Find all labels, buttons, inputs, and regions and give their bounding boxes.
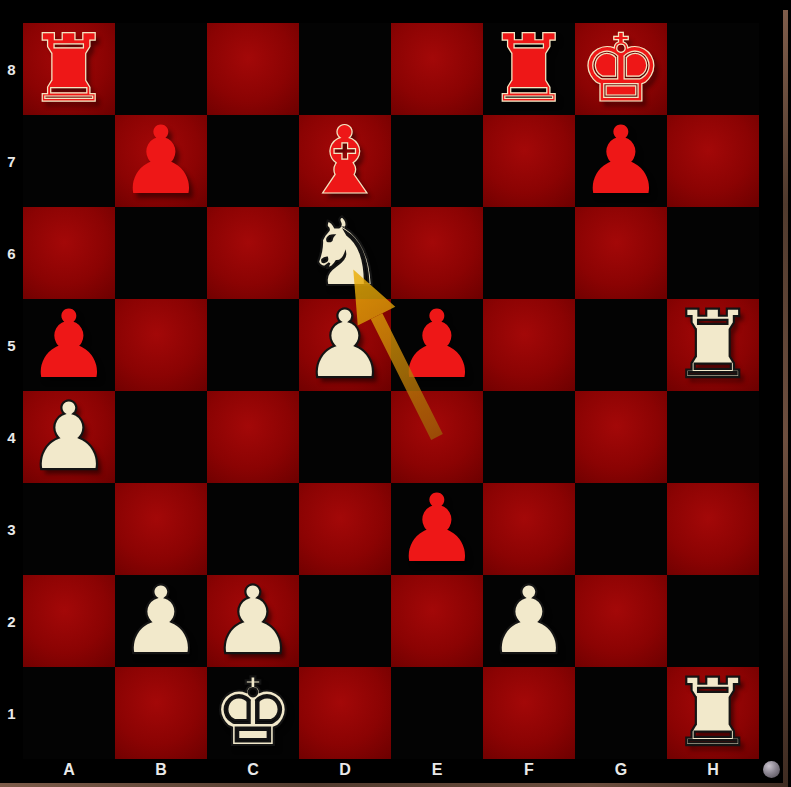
file-label-c: C (207, 757, 299, 783)
square-d7[interactable]: ♝ (299, 115, 391, 207)
piece-red-pawn-e3[interactable]: ♟ (391, 483, 483, 575)
square-b1[interactable] (115, 667, 207, 759)
square-c8[interactable] (207, 23, 299, 115)
square-e8[interactable] (391, 23, 483, 115)
file-label-g: G (575, 757, 667, 783)
square-f3[interactable] (483, 483, 575, 575)
square-b4[interactable] (115, 391, 207, 483)
piece-white-pawn-a4[interactable]: ♟ (23, 391, 115, 483)
square-g3[interactable] (575, 483, 667, 575)
rank-label-1: 1 (0, 667, 23, 759)
square-d3[interactable] (299, 483, 391, 575)
rank-labels: 87654321 (0, 23, 23, 759)
piece-white-king-c1[interactable]: ♚ (207, 667, 299, 759)
square-c4[interactable] (207, 391, 299, 483)
piece-red-rook-a8[interactable]: ♜ (23, 23, 115, 115)
square-a6[interactable] (23, 207, 115, 299)
square-a4[interactable]: ♟ (23, 391, 115, 483)
square-e6[interactable] (391, 207, 483, 299)
square-g2[interactable] (575, 575, 667, 667)
square-e7[interactable] (391, 115, 483, 207)
square-b2[interactable]: ♟ (115, 575, 207, 667)
square-b5[interactable] (115, 299, 207, 391)
rank-label-8: 8 (0, 23, 23, 115)
file-label-a: A (23, 757, 115, 783)
square-a3[interactable] (23, 483, 115, 575)
square-b3[interactable] (115, 483, 207, 575)
square-f6[interactable] (483, 207, 575, 299)
square-h5[interactable]: ♜ (667, 299, 759, 391)
square-d1[interactable] (299, 667, 391, 759)
square-f1[interactable] (483, 667, 575, 759)
piece-red-rook-f8[interactable]: ♜ (483, 23, 575, 115)
square-g5[interactable] (575, 299, 667, 391)
square-e3[interactable]: ♟ (391, 483, 483, 575)
board-frame-bottom (0, 783, 788, 787)
square-a8[interactable]: ♜ (23, 23, 115, 115)
rank-label-4: 4 (0, 391, 23, 483)
square-c7[interactable] (207, 115, 299, 207)
square-h8[interactable] (667, 23, 759, 115)
square-f2[interactable]: ♟ (483, 575, 575, 667)
square-f5[interactable] (483, 299, 575, 391)
rank-label-5: 5 (0, 299, 23, 391)
piece-white-pawn-b2[interactable]: ♟ (115, 575, 207, 667)
square-a2[interactable] (23, 575, 115, 667)
square-c1[interactable]: ♚ (207, 667, 299, 759)
square-d2[interactable] (299, 575, 391, 667)
square-e1[interactable] (391, 667, 483, 759)
rank-label-3: 3 (0, 483, 23, 575)
square-e4[interactable] (391, 391, 483, 483)
square-d5[interactable]: ♟ (299, 299, 391, 391)
piece-white-pawn-c2[interactable]: ♟ (207, 575, 299, 667)
file-label-h: H (667, 757, 759, 783)
piece-white-knight-d6[interactable]: ♞ (299, 207, 391, 299)
square-d8[interactable] (299, 23, 391, 115)
rank-label-6: 6 (0, 207, 23, 299)
square-e5[interactable]: ♟ (391, 299, 483, 391)
piece-red-pawn-b7[interactable]: ♟ (115, 115, 207, 207)
square-g7[interactable]: ♟ (575, 115, 667, 207)
square-f4[interactable] (483, 391, 575, 483)
square-g4[interactable] (575, 391, 667, 483)
square-h2[interactable] (667, 575, 759, 667)
piece-white-rook-h5[interactable]: ♜ (667, 299, 759, 391)
square-f7[interactable] (483, 115, 575, 207)
square-h4[interactable] (667, 391, 759, 483)
square-a5[interactable]: ♟ (23, 299, 115, 391)
corner-ball-icon (763, 761, 780, 778)
square-e2[interactable] (391, 575, 483, 667)
square-b7[interactable]: ♟ (115, 115, 207, 207)
square-b6[interactable] (115, 207, 207, 299)
square-c5[interactable] (207, 299, 299, 391)
piece-white-rook-h1[interactable]: ♜ (667, 667, 759, 759)
board-frame-right (783, 10, 788, 787)
square-a1[interactable] (23, 667, 115, 759)
square-h7[interactable] (667, 115, 759, 207)
file-label-b: B (115, 757, 207, 783)
rank-label-7: 7 (0, 115, 23, 207)
piece-red-pawn-e5[interactable]: ♟ (391, 299, 483, 391)
square-g6[interactable] (575, 207, 667, 299)
piece-red-king-g8[interactable]: ♚ (575, 23, 667, 115)
piece-red-pawn-g7[interactable]: ♟ (575, 115, 667, 207)
square-d6[interactable]: ♞ (299, 207, 391, 299)
piece-red-pawn-a5[interactable]: ♟ (23, 299, 115, 391)
chess-board: ♜♜♚♟♝♟♞♟♟♟♜♟♟♟♟♟♚♜ (23, 23, 759, 759)
piece-red-bishop-d7[interactable]: ♝ (299, 115, 391, 207)
square-h3[interactable] (667, 483, 759, 575)
file-label-f: F (483, 757, 575, 783)
square-h1[interactable]: ♜ (667, 667, 759, 759)
file-labels: ABCDEFGH (23, 757, 759, 783)
square-g8[interactable]: ♚ (575, 23, 667, 115)
file-label-d: D (299, 757, 391, 783)
square-f8[interactable]: ♜ (483, 23, 575, 115)
square-g1[interactable] (575, 667, 667, 759)
piece-white-pawn-f2[interactable]: ♟ (483, 575, 575, 667)
square-h6[interactable] (667, 207, 759, 299)
rank-label-2: 2 (0, 575, 23, 667)
square-c3[interactable] (207, 483, 299, 575)
file-label-e: E (391, 757, 483, 783)
square-c6[interactable] (207, 207, 299, 299)
square-d4[interactable] (299, 391, 391, 483)
square-c2[interactable]: ♟ (207, 575, 299, 667)
square-a7[interactable] (23, 115, 115, 207)
piece-white-pawn-d5[interactable]: ♟ (299, 299, 391, 391)
square-b8[interactable] (115, 23, 207, 115)
